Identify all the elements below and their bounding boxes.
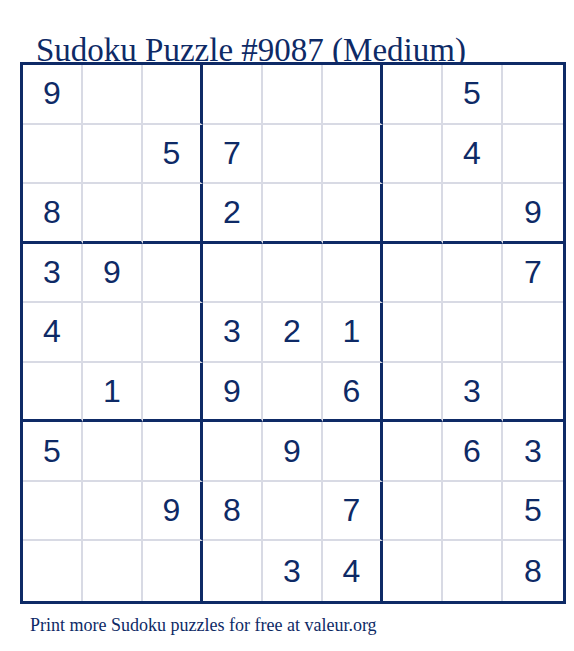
sudoku-cell-r9c8-empty xyxy=(443,541,503,601)
sudoku-cell-r6c6-given: 6 xyxy=(323,363,383,423)
sudoku-cell-r3c7-empty xyxy=(383,184,443,244)
sudoku-cell-r1c6-empty xyxy=(323,65,383,125)
sudoku-cell-r6c2-given: 1 xyxy=(83,363,143,423)
sudoku-cell-r4c3-empty xyxy=(143,244,203,304)
sudoku-cell-r7c7-empty xyxy=(383,422,443,482)
sudoku-cell-r3c4-given: 2 xyxy=(203,184,263,244)
sudoku-cell-r3c1-given: 8 xyxy=(23,184,83,244)
sudoku-cell-r2c7-empty xyxy=(383,125,443,185)
sudoku-cell-r4c1-given: 3 xyxy=(23,244,83,304)
sudoku-cell-r2c8-given: 4 xyxy=(443,125,503,185)
sudoku-cell-r9c5-given: 3 xyxy=(263,541,323,601)
sudoku-cell-r1c3-empty xyxy=(143,65,203,125)
sudoku-cell-r8c5-empty xyxy=(263,482,323,542)
sudoku-cell-r4c2-given: 9 xyxy=(83,244,143,304)
sudoku-cell-r2c4-given: 7 xyxy=(203,125,263,185)
sudoku-cell-r6c4-given: 9 xyxy=(203,363,263,423)
sudoku-cell-r9c4-empty xyxy=(203,541,263,601)
sudoku-cell-r9c1-empty xyxy=(23,541,83,601)
sudoku-cell-r7c3-empty xyxy=(143,422,203,482)
sudoku-cell-r6c7-empty xyxy=(383,363,443,423)
sudoku-cell-r2c5-empty xyxy=(263,125,323,185)
sudoku-cell-r8c3-given: 9 xyxy=(143,482,203,542)
sudoku-cell-r5c5-given: 2 xyxy=(263,303,323,363)
sudoku-cell-r8c2-empty xyxy=(83,482,143,542)
sudoku-cell-r7c9-given: 3 xyxy=(503,422,563,482)
sudoku-cell-r7c8-given: 6 xyxy=(443,422,503,482)
sudoku-cell-r9c7-empty xyxy=(383,541,443,601)
sudoku-cell-r9c9-given: 8 xyxy=(503,541,563,601)
sudoku-cell-r4c7-empty xyxy=(383,244,443,304)
sudoku-cell-r5c6-given: 1 xyxy=(323,303,383,363)
sudoku-cell-r3c6-empty xyxy=(323,184,383,244)
sudoku-cell-r4c5-empty xyxy=(263,244,323,304)
sudoku-cell-r5c8-empty xyxy=(443,303,503,363)
sudoku-cell-r5c4-given: 3 xyxy=(203,303,263,363)
footer-text: Print more Sudoku puzzles for free at va… xyxy=(30,615,377,637)
sudoku-cell-r6c5-empty xyxy=(263,363,323,423)
sudoku-cell-r9c3-empty xyxy=(143,541,203,601)
sudoku-cell-r9c2-empty xyxy=(83,541,143,601)
sudoku-cell-r4c8-empty xyxy=(443,244,503,304)
sudoku-cell-r2c2-empty xyxy=(83,125,143,185)
sudoku-cell-r7c5-given: 9 xyxy=(263,422,323,482)
sudoku-cell-r6c9-empty xyxy=(503,363,563,423)
sudoku-cell-r3c9-given: 9 xyxy=(503,184,563,244)
sudoku-cell-r9c6-given: 4 xyxy=(323,541,383,601)
sudoku-cell-r6c1-empty xyxy=(23,363,83,423)
sudoku-cell-r7c2-empty xyxy=(83,422,143,482)
sudoku-cell-r1c9-empty xyxy=(503,65,563,125)
sudoku-cell-r8c8-empty xyxy=(443,482,503,542)
sudoku-cell-r5c1-given: 4 xyxy=(23,303,83,363)
sudoku-cell-r1c2-empty xyxy=(83,65,143,125)
sudoku-cell-r1c1-given: 9 xyxy=(23,65,83,125)
sudoku-cell-r5c2-empty xyxy=(83,303,143,363)
sudoku-cell-r3c3-empty xyxy=(143,184,203,244)
sudoku-cell-r3c2-empty xyxy=(83,184,143,244)
sudoku-cell-r8c9-given: 5 xyxy=(503,482,563,542)
sudoku-page: Sudoku Puzzle #9087 (Medium) 95574829397… xyxy=(0,0,574,651)
sudoku-cell-r5c9-empty xyxy=(503,303,563,363)
sudoku-cell-r4c4-empty xyxy=(203,244,263,304)
sudoku-board: 955748293974321196359639875348 xyxy=(20,62,566,604)
sudoku-cell-r5c3-empty xyxy=(143,303,203,363)
sudoku-cell-r8c6-given: 7 xyxy=(323,482,383,542)
sudoku-cell-r3c8-empty xyxy=(443,184,503,244)
sudoku-cell-r2c1-empty xyxy=(23,125,83,185)
sudoku-cell-r7c1-given: 5 xyxy=(23,422,83,482)
sudoku-cell-r1c8-given: 5 xyxy=(443,65,503,125)
sudoku-cell-r2c9-empty xyxy=(503,125,563,185)
sudoku-cell-r3c5-empty xyxy=(263,184,323,244)
sudoku-cell-r1c7-empty xyxy=(383,65,443,125)
sudoku-cell-r1c5-empty xyxy=(263,65,323,125)
sudoku-cell-r2c6-empty xyxy=(323,125,383,185)
sudoku-cell-r5c7-empty xyxy=(383,303,443,363)
sudoku-cell-r7c4-empty xyxy=(203,422,263,482)
sudoku-cell-r2c3-given: 5 xyxy=(143,125,203,185)
sudoku-cell-r8c1-empty xyxy=(23,482,83,542)
sudoku-cell-r7c6-empty xyxy=(323,422,383,482)
sudoku-cell-r8c4-given: 8 xyxy=(203,482,263,542)
sudoku-cell-r6c8-given: 3 xyxy=(443,363,503,423)
sudoku-cell-r8c7-empty xyxy=(383,482,443,542)
sudoku-cell-r6c3-empty xyxy=(143,363,203,423)
sudoku-cell-r4c6-empty xyxy=(323,244,383,304)
sudoku-cell-r1c4-empty xyxy=(203,65,263,125)
sudoku-cell-r4c9-given: 7 xyxy=(503,244,563,304)
